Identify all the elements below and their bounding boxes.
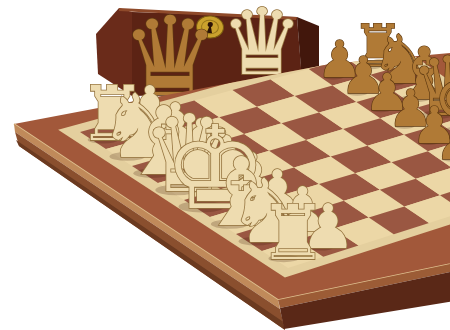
black-pawn-f7: ♟ — [435, 112, 450, 171]
chess-set-scene: ♛♛♜♟♞♟♝♟♛♟♟♚♜♟♟♝♞♟♟♞♝♟♟♜♛♟♟♚♟♝♟♞♟♜ — [0, 0, 450, 330]
white-rook-h1: ♜ — [259, 189, 327, 277]
chess-scene-svg: ♛♛♜♟♞♟♝♟♛♟♟♚♜♟♟♝♞♟♟♞♝♟♟♜♛♟♟♚♟♝♟♞♟♜ — [0, 0, 450, 330]
